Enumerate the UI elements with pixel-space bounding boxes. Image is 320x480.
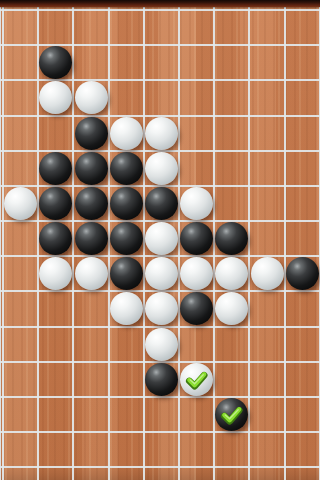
black-stone [110,152,143,185]
black-stone [145,363,178,396]
white-stone [180,257,213,290]
black-stone [39,152,72,185]
black-stone [75,152,108,185]
white-stone [75,81,108,114]
black-stone [110,222,143,255]
white-stone [110,292,143,325]
black-stone [286,257,319,290]
black-stone [39,222,72,255]
gomoku-board[interactable] [0,0,320,480]
white-stone [145,152,178,185]
black-stone [75,222,108,255]
game-screen [0,0,320,480]
black-stone [145,187,178,220]
white-stone [251,257,284,290]
check-icon [220,403,243,426]
white-stone [39,81,72,114]
black-stone [39,46,72,79]
white-stone [145,257,178,290]
white-stone [145,117,178,150]
black-stone [75,187,108,220]
black-stone [215,222,248,255]
white-stone [215,292,248,325]
white-stone [145,292,178,325]
check-icon [185,368,208,391]
board-top-edge [0,0,320,7]
black-stone [180,292,213,325]
white-stone [110,117,143,150]
black-stone [180,222,213,255]
black-stone [39,187,72,220]
white-stone [75,257,108,290]
white-stone [180,187,213,220]
white-stone [145,328,178,361]
black-stone [110,257,143,290]
white-stone [4,187,37,220]
white-stone-last-move [180,363,213,396]
white-stone [39,257,72,290]
white-stone [145,222,178,255]
black-stone [75,117,108,150]
black-stone [110,187,143,220]
black-stone-last-move [215,398,248,431]
white-stone [215,257,248,290]
